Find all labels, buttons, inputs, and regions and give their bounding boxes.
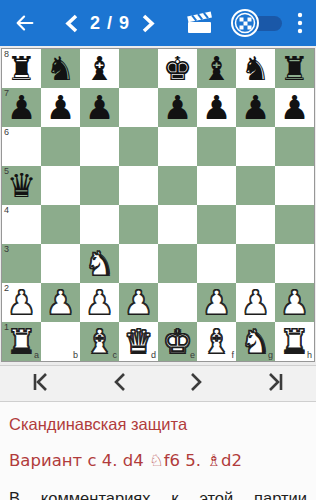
rank-label: 1	[4, 323, 9, 332]
square-f6[interactable]	[197, 127, 236, 166]
file-label: h	[307, 351, 312, 360]
square-b7[interactable]: ♟	[41, 88, 80, 127]
chevron-right-icon	[187, 371, 205, 396]
square-d5[interactable]	[119, 166, 158, 205]
skip-to-start-icon	[29, 371, 53, 396]
prev-game-button[interactable]	[62, 12, 81, 35]
black-pawn: ♟	[7, 88, 37, 127]
square-b2[interactable]: ♟	[41, 283, 80, 322]
white-pawn: ♟	[124, 283, 154, 322]
rank-label: 5	[4, 167, 9, 176]
white-queen: ♛	[124, 322, 154, 361]
rank-label: 4	[4, 206, 9, 215]
square-f2[interactable]: ♟	[197, 283, 236, 322]
square-d1[interactable]: d♛	[119, 322, 158, 361]
square-f3[interactable]	[197, 244, 236, 283]
chevron-left-icon	[111, 371, 129, 396]
square-g1[interactable]: g♞	[236, 322, 275, 361]
square-e6[interactable]	[158, 127, 197, 166]
square-b8[interactable]: ♞	[41, 49, 80, 88]
square-f5[interactable]	[197, 166, 236, 205]
rank-label: 2	[4, 284, 9, 293]
square-d4[interactable]	[119, 205, 158, 244]
black-knight: ♞	[46, 49, 76, 88]
square-d3[interactable]	[119, 244, 158, 283]
square-a3[interactable]: 3	[2, 244, 41, 283]
square-b1[interactable]: b	[41, 322, 80, 361]
square-h1[interactable]: h♜	[275, 322, 314, 361]
animation-button[interactable]	[184, 8, 216, 38]
black-rook: ♜	[7, 49, 37, 88]
next-game-button[interactable]	[139, 12, 158, 35]
next-move-button[interactable]	[177, 367, 215, 400]
file-label: a	[34, 351, 39, 360]
square-e4[interactable]	[158, 205, 197, 244]
square-h3[interactable]	[275, 244, 314, 283]
square-b3[interactable]	[41, 244, 80, 283]
black-bishop: ♝	[85, 49, 115, 88]
square-e2[interactable]	[158, 283, 197, 322]
white-rook: ♜	[7, 322, 37, 361]
square-c1[interactable]: c♝	[80, 322, 119, 361]
checkered-circle-icon	[230, 8, 284, 38]
file-label: c	[113, 351, 118, 360]
square-c3[interactable]: ♞	[80, 244, 119, 283]
black-queen: ♛	[7, 166, 37, 205]
file-label: g	[268, 351, 273, 360]
square-b4[interactable]	[41, 205, 80, 244]
page-indicator: 2 / 9	[90, 13, 130, 34]
prev-move-button[interactable]	[101, 367, 139, 400]
square-e8[interactable]: ♚	[158, 49, 197, 88]
move-navigation-bar	[0, 365, 316, 402]
black-pawn: ♟	[202, 88, 232, 127]
square-d6[interactable]	[119, 127, 158, 166]
square-h6[interactable]	[275, 127, 314, 166]
square-e1[interactable]: e♚	[158, 322, 197, 361]
square-a7[interactable]: 7♟	[2, 88, 41, 127]
square-h4[interactable]	[275, 205, 314, 244]
square-h5[interactable]	[275, 166, 314, 205]
top-app-bar: 2 / 9	[0, 0, 316, 46]
black-pawn: ♟	[280, 88, 310, 127]
rank-label: 7	[4, 89, 9, 98]
square-a2[interactable]: 2♟	[2, 283, 41, 322]
square-h8[interactable]: ♜	[275, 49, 314, 88]
black-pawn: ♟	[241, 88, 271, 127]
white-pawn: ♟	[7, 283, 37, 322]
square-b5[interactable]	[41, 166, 80, 205]
square-b6[interactable]	[41, 127, 80, 166]
white-knight: ♞	[85, 244, 115, 283]
square-f7[interactable]: ♟	[197, 88, 236, 127]
square-a8[interactable]: 8♜	[2, 49, 41, 88]
square-g4[interactable]	[236, 205, 275, 244]
square-a1[interactable]: 1a♜	[2, 322, 41, 361]
rank-label: 8	[4, 50, 9, 59]
rank-label: 6	[4, 128, 9, 137]
white-bishop: ♝	[202, 322, 232, 361]
white-pawn: ♟	[280, 283, 310, 322]
commentary-panel: Скандинавская защита Вариант с 4. d4 ♘f6…	[0, 402, 316, 500]
overflow-menu-button[interactable]	[294, 10, 306, 36]
white-pawn: ♟	[85, 283, 115, 322]
square-h2[interactable]: ♟	[275, 283, 314, 322]
square-g2[interactable]: ♟	[236, 283, 275, 322]
white-rook: ♜	[280, 322, 310, 361]
white-pawn: ♟	[202, 283, 232, 322]
white-bishop: ♝	[85, 322, 115, 361]
black-knight: ♞	[241, 49, 271, 88]
square-e7[interactable]: ♟	[158, 88, 197, 127]
square-c6[interactable]	[80, 127, 119, 166]
square-f8[interactable]: ♝	[197, 49, 236, 88]
chess-board[interactable]: 8♜♞♝♚♝♞♜7♟♟♟♟♟♟♟65♛43♞2♟♟♟♟♟♟♟1a♜bc♝d♛e♚…	[1, 48, 315, 362]
square-g3[interactable]	[236, 244, 275, 283]
black-pawn: ♟	[163, 88, 193, 127]
clapperboard-icon	[186, 10, 214, 36]
square-a6[interactable]: 6	[2, 127, 41, 166]
square-h7[interactable]: ♟	[275, 88, 314, 127]
square-c2[interactable]: ♟	[80, 283, 119, 322]
square-d7[interactable]	[119, 88, 158, 127]
square-c5[interactable]	[80, 166, 119, 205]
square-g7[interactable]: ♟	[236, 88, 275, 127]
square-a5[interactable]: 5♛	[2, 166, 41, 205]
black-rook: ♜	[280, 49, 310, 88]
opening-title: Скандинавская защита	[9, 415, 307, 434]
file-label: d	[151, 351, 156, 360]
rank-label: 3	[4, 245, 9, 254]
chevron-left-icon	[64, 14, 79, 33]
board-view-toggle[interactable]	[228, 6, 286, 40]
square-c8[interactable]: ♝	[80, 49, 119, 88]
square-d8[interactable]	[119, 49, 158, 88]
square-g5[interactable]	[236, 166, 275, 205]
white-knight: ♞	[241, 322, 271, 361]
file-label: b	[73, 351, 78, 360]
black-pawn: ♟	[85, 88, 115, 127]
file-label: e	[190, 351, 195, 360]
black-king: ♚	[163, 49, 193, 88]
square-f4[interactable]	[197, 205, 236, 244]
square-g8[interactable]: ♞	[236, 49, 275, 88]
kebab-menu-icon	[296, 12, 304, 34]
square-c7[interactable]: ♟	[80, 88, 119, 127]
chevron-right-icon	[141, 14, 156, 33]
square-c4[interactable]	[80, 205, 119, 244]
arrow-left-icon	[14, 12, 36, 34]
square-a4[interactable]: 4	[2, 205, 41, 244]
file-label: f	[231, 351, 234, 360]
back-button[interactable]	[12, 10, 38, 36]
board-area: 8♜♞♝♚♝♞♜7♟♟♟♟♟♟♟65♛43♞2♟♟♟♟♟♟♟1a♜bc♝d♛e♚…	[0, 46, 316, 365]
skip-to-end-icon	[263, 371, 287, 396]
square-f1[interactable]: f♝	[197, 322, 236, 361]
square-e5[interactable]	[158, 166, 197, 205]
black-bishop: ♝	[202, 49, 232, 88]
first-move-button[interactable]	[19, 367, 63, 400]
white-king: ♚	[163, 322, 193, 361]
square-d2[interactable]: ♟	[119, 283, 158, 322]
variation-line: Вариант с 4. d4 ♘f6 5. ♗d2	[9, 451, 307, 470]
white-pawn: ♟	[46, 283, 76, 322]
commentary-text: В комментариях к этой партии	[9, 489, 307, 500]
black-pawn: ♟	[46, 88, 76, 127]
square-g6[interactable]	[236, 127, 275, 166]
square-e3[interactable]	[158, 244, 197, 283]
last-move-button[interactable]	[253, 367, 297, 400]
white-pawn: ♟	[241, 283, 271, 322]
